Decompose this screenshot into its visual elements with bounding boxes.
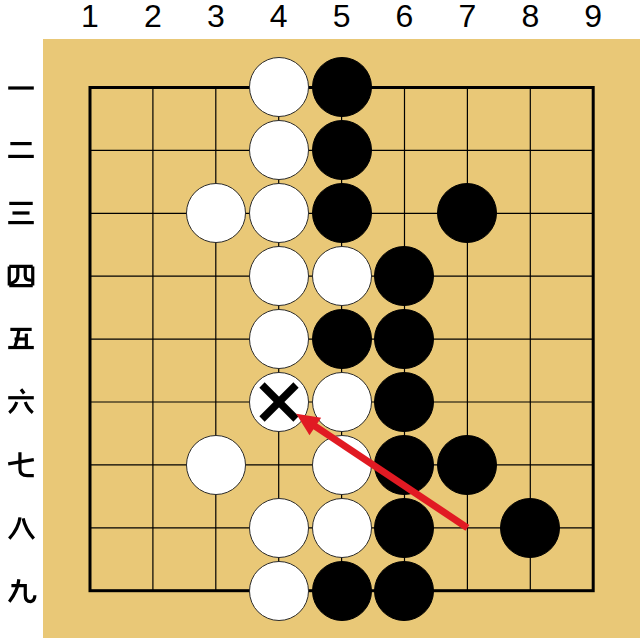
white-stone bbox=[186, 183, 246, 243]
board-point-7-4[interactable] bbox=[436, 245, 499, 308]
board-point-9-4[interactable] bbox=[562, 245, 625, 308]
black-stone bbox=[374, 561, 434, 621]
board-point-9-1[interactable] bbox=[562, 56, 625, 119]
board-point-1-7[interactable] bbox=[59, 433, 122, 496]
row-label-8 bbox=[5, 512, 37, 544]
white-stone bbox=[312, 435, 372, 495]
column-label-3: 3 bbox=[194, 1, 238, 31]
board-grid bbox=[59, 56, 625, 622]
board-point-4-3[interactable] bbox=[247, 182, 310, 245]
black-stone bbox=[312, 309, 372, 369]
board-point-5-1[interactable] bbox=[310, 56, 373, 119]
board-point-2-5[interactable] bbox=[121, 308, 184, 371]
board-point-7-6[interactable] bbox=[436, 371, 499, 434]
black-stone bbox=[437, 183, 497, 243]
board-point-1-8[interactable] bbox=[59, 496, 122, 559]
board-point-2-8[interactable] bbox=[121, 496, 184, 559]
board-point-3-6[interactable] bbox=[184, 371, 247, 434]
board-point-5-5[interactable] bbox=[310, 308, 373, 371]
row-label-7 bbox=[5, 449, 37, 481]
board-point-2-4[interactable] bbox=[121, 245, 184, 308]
board-point-1-2[interactable] bbox=[59, 119, 122, 182]
board-point-6-4[interactable] bbox=[373, 245, 436, 308]
row-label-9 bbox=[5, 575, 37, 607]
board-point-3-1[interactable] bbox=[184, 56, 247, 119]
board-point-4-9[interactable] bbox=[247, 559, 310, 622]
board-point-4-2[interactable] bbox=[247, 119, 310, 182]
board-point-5-6[interactable] bbox=[310, 371, 373, 434]
board-point-2-2[interactable] bbox=[121, 119, 184, 182]
board-point-1-5[interactable] bbox=[59, 308, 122, 371]
board-point-9-9[interactable] bbox=[562, 559, 625, 622]
board-point-6-7[interactable] bbox=[373, 433, 436, 496]
board-point-9-5[interactable] bbox=[562, 308, 625, 371]
board-point-5-9[interactable] bbox=[310, 559, 373, 622]
row-label-4 bbox=[5, 260, 37, 292]
white-stone bbox=[312, 246, 372, 306]
board-point-5-4[interactable] bbox=[310, 245, 373, 308]
board-point-8-4[interactable] bbox=[499, 245, 562, 308]
board-point-7-1[interactable] bbox=[436, 56, 499, 119]
board-point-9-3[interactable] bbox=[562, 182, 625, 245]
black-stone bbox=[374, 498, 434, 558]
white-stone bbox=[249, 309, 309, 369]
column-label-8: 8 bbox=[508, 1, 552, 31]
row-label-3 bbox=[5, 197, 37, 229]
board-point-3-4[interactable] bbox=[184, 245, 247, 308]
black-stone bbox=[312, 57, 372, 117]
board-point-1-9[interactable] bbox=[59, 559, 122, 622]
board-point-6-2[interactable] bbox=[373, 119, 436, 182]
board-point-5-8[interactable] bbox=[310, 496, 373, 559]
board-point-3-5[interactable] bbox=[184, 308, 247, 371]
board-point-7-3[interactable] bbox=[436, 182, 499, 245]
board-point-2-9[interactable] bbox=[121, 559, 184, 622]
white-stone bbox=[186, 435, 246, 495]
column-label-6: 6 bbox=[383, 1, 427, 31]
board-point-2-7[interactable] bbox=[121, 433, 184, 496]
white-stone bbox=[249, 57, 309, 117]
black-stone bbox=[437, 435, 497, 495]
black-stone bbox=[500, 498, 560, 558]
x-mark-icon bbox=[259, 382, 299, 422]
board-point-8-3[interactable] bbox=[499, 182, 562, 245]
column-label-4: 4 bbox=[257, 1, 301, 31]
board-point-7-2[interactable] bbox=[436, 119, 499, 182]
board-point-6-3[interactable] bbox=[373, 182, 436, 245]
board-point-8-9[interactable] bbox=[499, 559, 562, 622]
board-point-9-7[interactable] bbox=[562, 433, 625, 496]
board-point-3-7[interactable] bbox=[184, 433, 247, 496]
board-point-9-8[interactable] bbox=[562, 496, 625, 559]
white-stone bbox=[312, 498, 372, 558]
board-point-7-7[interactable] bbox=[436, 433, 499, 496]
board-point-7-9[interactable] bbox=[436, 559, 499, 622]
column-label-9: 9 bbox=[571, 1, 615, 31]
row-label-5 bbox=[5, 323, 37, 355]
white-stone bbox=[249, 372, 309, 432]
black-stone bbox=[374, 309, 434, 369]
board-point-8-7[interactable] bbox=[499, 433, 562, 496]
white-stone bbox=[249, 183, 309, 243]
board-point-7-8[interactable] bbox=[436, 496, 499, 559]
white-stone bbox=[249, 561, 309, 621]
white-stone bbox=[249, 120, 309, 180]
black-stone bbox=[312, 561, 372, 621]
board-point-6-5[interactable] bbox=[373, 308, 436, 371]
board-point-3-9[interactable] bbox=[184, 559, 247, 622]
board-point-5-3[interactable] bbox=[310, 182, 373, 245]
go-diagram: 123456789 bbox=[0, 0, 640, 638]
board-point-4-6[interactable] bbox=[247, 371, 310, 434]
board-point-3-2[interactable] bbox=[184, 119, 247, 182]
board-point-8-6[interactable] bbox=[499, 371, 562, 434]
board-point-8-2[interactable] bbox=[499, 119, 562, 182]
board-point-5-2[interactable] bbox=[310, 119, 373, 182]
white-stone bbox=[249, 246, 309, 306]
row-label-2 bbox=[5, 134, 37, 166]
board-point-2-1[interactable] bbox=[121, 56, 184, 119]
row-label-1 bbox=[5, 72, 37, 104]
row-label-6 bbox=[5, 386, 37, 418]
column-label-1: 1 bbox=[68, 1, 112, 31]
board-point-1-1[interactable] bbox=[59, 56, 122, 119]
board-point-6-6[interactable] bbox=[373, 371, 436, 434]
board-point-1-3[interactable] bbox=[59, 182, 122, 245]
board-point-9-2[interactable] bbox=[562, 119, 625, 182]
board-point-3-8[interactable] bbox=[184, 496, 247, 559]
board-point-1-4[interactable] bbox=[59, 245, 122, 308]
board-point-4-1[interactable] bbox=[247, 56, 310, 119]
board-point-3-3[interactable] bbox=[184, 182, 247, 245]
black-stone bbox=[374, 435, 434, 495]
board-point-8-8[interactable] bbox=[499, 496, 562, 559]
board-point-4-8[interactable] bbox=[247, 496, 310, 559]
board-point-7-5[interactable] bbox=[436, 308, 499, 371]
black-stone bbox=[374, 246, 434, 306]
board-point-8-5[interactable] bbox=[499, 308, 562, 371]
column-label-7: 7 bbox=[445, 1, 489, 31]
board-point-6-8[interactable] bbox=[373, 496, 436, 559]
board-point-8-1[interactable] bbox=[499, 56, 562, 119]
column-label-2: 2 bbox=[131, 1, 175, 31]
white-stone bbox=[312, 372, 372, 432]
board-point-2-3[interactable] bbox=[121, 182, 184, 245]
black-stone bbox=[312, 120, 372, 180]
board-point-2-6[interactable] bbox=[121, 371, 184, 434]
board-point-1-6[interactable] bbox=[59, 371, 122, 434]
board-point-4-5[interactable] bbox=[247, 308, 310, 371]
black-stone bbox=[374, 372, 434, 432]
column-label-5: 5 bbox=[320, 1, 364, 31]
board-point-9-6[interactable] bbox=[562, 371, 625, 434]
board-point-4-4[interactable] bbox=[247, 245, 310, 308]
board-point-4-7[interactable] bbox=[247, 433, 310, 496]
board-point-6-1[interactable] bbox=[373, 56, 436, 119]
board-point-6-9[interactable] bbox=[373, 559, 436, 622]
black-stone bbox=[312, 183, 372, 243]
white-stone bbox=[249, 498, 309, 558]
board-point-5-7[interactable] bbox=[310, 433, 373, 496]
